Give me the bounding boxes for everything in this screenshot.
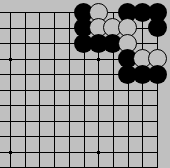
star-point (9, 58, 12, 61)
go-diagram (0, 0, 170, 168)
grid-hline (0, 152, 158, 153)
grid-hline (0, 105, 158, 106)
star-point (97, 58, 100, 61)
star-point (9, 151, 12, 154)
stone-black (148, 18, 167, 37)
grid-vline (69, 12, 70, 168)
grid-hline (0, 121, 158, 122)
grid-vline (39, 12, 40, 168)
grid-hline (0, 136, 158, 137)
grid-vline (54, 12, 55, 168)
go-board[interactable] (0, 0, 170, 168)
star-point (97, 151, 100, 154)
grid-vline (10, 12, 11, 168)
grid-vline (25, 12, 26, 168)
grid-hline (0, 90, 158, 91)
grid-vline (142, 12, 143, 168)
grid-hline (0, 167, 158, 168)
stone-black (148, 65, 167, 84)
